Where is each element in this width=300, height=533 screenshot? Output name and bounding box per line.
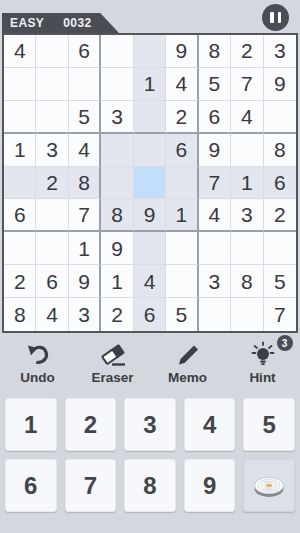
cell-r8c6[interactable]: [166, 265, 198, 298]
cell-r5c7[interactable]: 7: [199, 167, 231, 200]
cell-r8c8[interactable]: 8: [231, 265, 263, 298]
cell-r7c1[interactable]: [4, 232, 36, 265]
cell-r7c8[interactable]: [231, 232, 263, 265]
digit-button-8[interactable]: 8: [124, 459, 176, 512]
cell-r3c5[interactable]: [134, 101, 166, 134]
cell-r2c4[interactable]: [101, 68, 133, 101]
item-button[interactable]: [243, 459, 295, 512]
cell-r6c9[interactable]: 2: [264, 199, 296, 232]
cell-r5c5[interactable]: [134, 167, 166, 200]
cell-r3c9[interactable]: [264, 101, 296, 134]
hint-count-badge: 3: [277, 335, 293, 351]
cell-r2c6[interactable]: 4: [166, 68, 198, 101]
digit-button-5[interactable]: 5: [243, 398, 295, 451]
cell-r6c8[interactable]: 3: [231, 199, 263, 232]
pencil-icon: [175, 341, 201, 368]
digit-button-4[interactable]: 4: [184, 398, 236, 451]
cell-r1c5[interactable]: [134, 35, 166, 68]
cell-r6c2[interactable]: [36, 199, 68, 232]
cell-r9c7[interactable]: [199, 298, 231, 331]
cell-r4c5[interactable]: [134, 134, 166, 167]
cell-r2c3[interactable]: [69, 68, 101, 101]
cell-r5c6[interactable]: [166, 167, 198, 200]
eraser-button[interactable]: Eraser: [87, 341, 139, 385]
cell-r8c2[interactable]: 6: [36, 265, 68, 298]
cell-r9c6[interactable]: 5: [166, 298, 198, 331]
eraser-icon: [99, 341, 127, 368]
cell-r9c2[interactable]: 4: [36, 298, 68, 331]
memo-label: Memo: [168, 370, 207, 385]
numpad-row-2: 6 7 8 9: [5, 459, 295, 512]
cell-r5c2[interactable]: 2: [36, 167, 68, 200]
cell-r8c3[interactable]: 9: [69, 265, 101, 298]
cell-r7c7[interactable]: [199, 232, 231, 265]
eraser-label: Eraser: [91, 370, 133, 385]
cell-r1c4[interactable]: [101, 35, 133, 68]
cell-r2c8[interactable]: 7: [231, 68, 263, 101]
cell-r1c3[interactable]: 6: [69, 35, 101, 68]
cell-r3c1[interactable]: [4, 101, 36, 134]
cell-r9c8[interactable]: [231, 298, 263, 331]
cell-r1c2[interactable]: [36, 35, 68, 68]
cell-r6c1[interactable]: 6: [4, 199, 36, 232]
pause-icon: [278, 12, 282, 23]
cell-r2c1[interactable]: [4, 68, 36, 101]
digit-button-6[interactable]: 6: [5, 459, 57, 512]
cell-r5c8[interactable]: 1: [231, 167, 263, 200]
cell-r8c9[interactable]: 5: [264, 265, 296, 298]
cell-r7c4[interactable]: 9: [101, 232, 133, 265]
cell-r7c9[interactable]: [264, 232, 296, 265]
cell-r7c2[interactable]: [36, 232, 68, 265]
cell-r5c1[interactable]: [4, 167, 36, 200]
number-pad: 1 2 3 4 5 6 7 8 9: [0, 393, 300, 512]
cell-r2c7[interactable]: 5: [199, 68, 231, 101]
cell-r5c3[interactable]: 8: [69, 167, 101, 200]
cell-r6c6[interactable]: 1: [166, 199, 198, 232]
cell-r1c7[interactable]: 8: [199, 35, 231, 68]
cell-r4c8[interactable]: [231, 134, 263, 167]
cell-r6c7[interactable]: 4: [199, 199, 231, 232]
hint-button[interactable]: 3 Hint: [237, 341, 289, 385]
cell-r3c2[interactable]: [36, 101, 68, 134]
cell-r4c2[interactable]: 3: [36, 134, 68, 167]
cell-r2c5[interactable]: 1: [134, 68, 166, 101]
cell-r4c7[interactable]: 9: [199, 134, 231, 167]
cell-r7c6[interactable]: [166, 232, 198, 265]
cell-r8c4[interactable]: 1: [101, 265, 133, 298]
cell-r6c3[interactable]: 7: [69, 199, 101, 232]
cell-r9c4[interactable]: 2: [101, 298, 133, 331]
cell-r9c9[interactable]: 7: [264, 298, 296, 331]
cell-r8c7[interactable]: 3: [199, 265, 231, 298]
cell-r3c7[interactable]: 6: [199, 101, 231, 134]
difficulty-label: EASY: [10, 16, 44, 30]
light-bulb-icon: [249, 341, 277, 368]
undo-arrow-icon: [25, 341, 51, 368]
sudoku-board: 4698231457953264134698287166789143219269…: [2, 33, 298, 333]
cell-r5c4[interactable]: [101, 167, 133, 200]
cell-r1c9[interactable]: 3: [264, 35, 296, 68]
cell-r7c3[interactable]: 1: [69, 232, 101, 265]
cell-r2c9[interactable]: 9: [264, 68, 296, 101]
level-tab: EASY 0032: [2, 13, 119, 33]
undo-button[interactable]: Undo: [12, 341, 64, 385]
cell-r7c5[interactable]: [134, 232, 166, 265]
cell-r5c9[interactable]: 6: [264, 167, 296, 200]
digit-button-3[interactable]: 3: [124, 398, 176, 451]
cell-r3c4[interactable]: 3: [101, 101, 133, 134]
cell-r1c6[interactable]: 9: [166, 35, 198, 68]
digit-button-1[interactable]: 1: [5, 398, 57, 451]
cell-r9c3[interactable]: 3: [69, 298, 101, 331]
pause-icon: [270, 12, 274, 23]
cell-r3c8[interactable]: 4: [231, 101, 263, 134]
cell-r1c1[interactable]: 4: [4, 35, 36, 68]
cell-r6c5[interactable]: 9: [134, 199, 166, 232]
puzzle-counter: 0032: [63, 16, 91, 30]
numpad-row-1: 1 2 3 4 5: [5, 398, 295, 451]
cell-r8c1[interactable]: 2: [4, 265, 36, 298]
digit-button-2[interactable]: 2: [65, 398, 117, 451]
digit-button-7[interactable]: 7: [65, 459, 117, 512]
toolbar: Undo Eraser Memo 3: [0, 333, 300, 393]
cell-r9c5[interactable]: 6: [134, 298, 166, 331]
cell-r6c4[interactable]: 8: [101, 199, 133, 232]
coil-disc-icon: [250, 472, 288, 500]
header-bar: EASY 0032: [0, 0, 300, 33]
sudoku-app: EASY 0032 469823145795326413469828716678…: [0, 0, 300, 533]
digit-button-9[interactable]: 9: [184, 459, 236, 512]
pause-button[interactable]: [262, 4, 289, 31]
memo-button[interactable]: Memo: [162, 341, 214, 385]
cell-r8c5[interactable]: 4: [134, 265, 166, 298]
cell-r3c6[interactable]: 2: [166, 101, 198, 134]
cell-r2c2[interactable]: [36, 68, 68, 101]
cell-r4c6[interactable]: 6: [166, 134, 198, 167]
cell-r3c3[interactable]: 5: [69, 101, 101, 134]
cell-r4c3[interactable]: 4: [69, 134, 101, 167]
cell-r4c4[interactable]: [101, 134, 133, 167]
cell-r9c1[interactable]: 8: [4, 298, 36, 331]
hint-label: Hint: [249, 370, 275, 385]
undo-label: Undo: [20, 370, 55, 385]
cell-r1c8[interactable]: 2: [231, 35, 263, 68]
cell-r4c9[interactable]: 8: [264, 134, 296, 167]
cell-r4c1[interactable]: 1: [4, 134, 36, 167]
